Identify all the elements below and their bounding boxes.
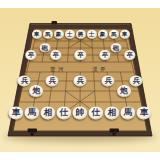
piece-b-file6-rank0[interactable]: 象 (98, 30, 108, 39)
piece-C-file7-rank7[interactable]: 炮 (117, 85, 131, 97)
piece-n-file1-rank0[interactable]: 馬 (43, 30, 53, 39)
piece-p-file0-rank3[interactable]: 卒 (25, 50, 36, 60)
piece-p-file4-rank3[interactable]: 卒 (75, 50, 86, 60)
piece-c-file1-rank2[interactable]: 砲 (39, 43, 50, 52)
piece-K-file4-rank9[interactable]: 帥 (72, 106, 87, 119)
piece-P-file4-rank6[interactable]: 兵 (74, 75, 87, 86)
piece-P-file0-rank6[interactable]: 兵 (18, 75, 31, 86)
piece-a-file5-rank0[interactable]: 士 (87, 30, 97, 39)
piece-p-file8-rank3[interactable]: 卒 (124, 50, 135, 60)
piece-P-file2-rank6[interactable]: 兵 (46, 75, 59, 86)
piece-R-file0-rank9[interactable]: 車 (8, 106, 23, 119)
piece-c-file7-rank2[interactable]: 砲 (111, 43, 122, 52)
piece-N-file1-rank9[interactable]: 馬 (24, 106, 39, 119)
piece-P-file6-rank6[interactable]: 兵 (102, 75, 115, 86)
piece-b-file2-rank0[interactable]: 象 (54, 30, 64, 39)
piece-C-file1-rank7[interactable]: 炮 (29, 85, 43, 97)
piece-B-file6-rank9[interactable]: 相 (104, 106, 119, 119)
piece-A-file3-rank9[interactable]: 仕 (56, 106, 71, 119)
piece-a-file3-rank0[interactable]: 士 (65, 30, 75, 39)
piece-k-file4-rank0[interactable]: 將 (76, 30, 86, 39)
pieces-layer: 車馬象士將士象馬車砲砲卒卒卒卒卒兵兵兵兵兵炮炮車馬相仕帥仕相馬車 (0, 0, 160, 160)
piece-p-file6-rank3[interactable]: 卒 (99, 50, 110, 60)
piece-R-file8-rank9[interactable]: 車 (136, 106, 151, 119)
piece-r-file8-rank0[interactable]: 車 (120, 30, 130, 39)
piece-P-file8-rank6[interactable]: 兵 (130, 75, 143, 86)
piece-B-file2-rank9[interactable]: 相 (40, 106, 55, 119)
piece-p-file2-rank3[interactable]: 卒 (50, 50, 61, 60)
product-photo: 楚河 漢界 車馬象士將士象馬車砲砲卒卒卒卒卒兵兵兵兵兵炮炮車馬相仕帥仕相馬車 (0, 0, 160, 160)
piece-n-file7-rank0[interactable]: 馬 (109, 30, 119, 39)
piece-N-file7-rank9[interactable]: 馬 (120, 106, 135, 119)
bottom-white-bar (0, 152, 160, 160)
piece-r-file0-rank0[interactable]: 車 (32, 30, 42, 39)
piece-A-file5-rank9[interactable]: 仕 (88, 106, 103, 119)
